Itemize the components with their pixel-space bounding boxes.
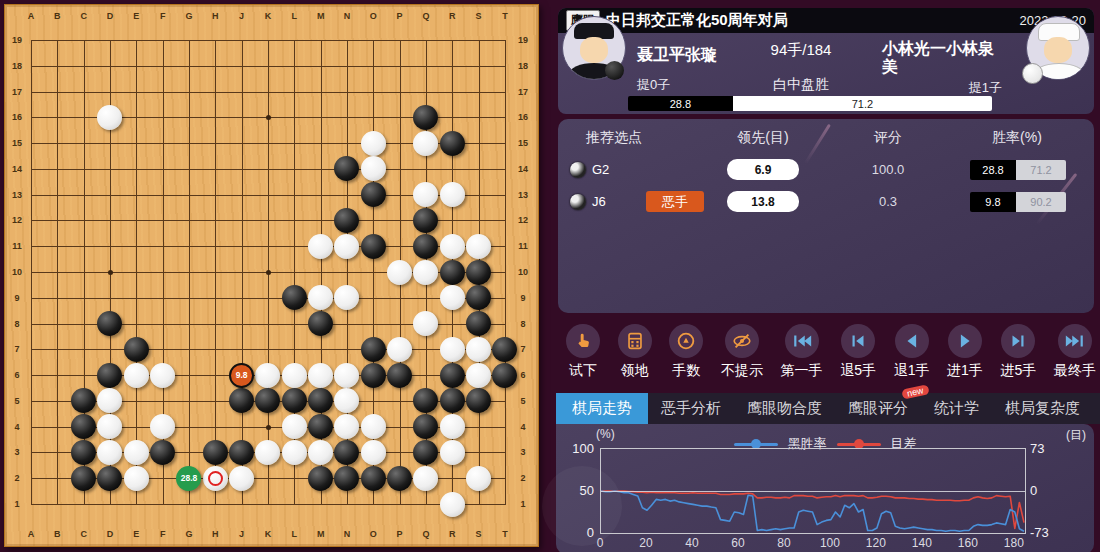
black-stone — [334, 466, 359, 491]
black-stone — [440, 260, 465, 285]
black-player-info: 聂卫平张璇 提0子 — [637, 46, 717, 94]
white-stone — [308, 234, 333, 259]
coord-label: K — [257, 528, 279, 540]
coord-label: S — [468, 528, 490, 540]
grid-line — [505, 40, 506, 505]
coord-label: Q — [415, 528, 437, 540]
coord-label: D — [99, 10, 121, 22]
coord-label: 14 — [512, 163, 534, 175]
black-stone — [71, 440, 96, 465]
white-stone — [361, 414, 386, 439]
game-header: 鹰眼 中日邦交正常化50周年对局 2022-03-20 — [558, 8, 1094, 33]
x-axis-tick: 0 — [585, 536, 615, 550]
black-stone — [124, 337, 149, 362]
coord-label: A — [20, 528, 42, 540]
white-stone — [334, 285, 359, 310]
black-stone — [97, 311, 122, 336]
white-stone — [413, 311, 438, 336]
star-point — [266, 425, 271, 430]
tab-bar: 棋局走势恶手分析鹰眼吻合度鹰眼评分new统计学棋局复杂度 — [556, 393, 1100, 424]
coord-label: B — [46, 10, 68, 22]
control-button-fwd1[interactable]: 进1手 — [947, 324, 983, 390]
rec-header-winrate: 胜率(%) — [967, 129, 1067, 147]
white-stone — [466, 234, 491, 259]
coord-label: H — [204, 528, 226, 540]
white-stone-chip-icon — [1022, 63, 1043, 84]
control-button-dial[interactable]: 手数 — [669, 324, 703, 390]
black-stone — [387, 363, 412, 388]
star-point — [266, 115, 271, 120]
black-stone — [203, 440, 228, 465]
rec-header-lead: 领先(目) — [713, 129, 813, 147]
white-stone — [361, 440, 386, 465]
black-player-name: 聂卫平张璇 — [637, 46, 717, 64]
y-axis-left-tick: 100 — [560, 441, 594, 456]
black-stone — [229, 440, 254, 465]
calc-icon — [618, 324, 652, 358]
coord-label: 7 — [6, 343, 28, 355]
white-stone — [440, 337, 465, 362]
coord-label: 8 — [512, 318, 534, 330]
coord-label: O — [362, 10, 384, 22]
black-stone — [466, 388, 491, 413]
control-label: 最终手 — [1054, 362, 1096, 380]
control-label: 进1手 — [947, 362, 983, 380]
tab-label: 鹰眼吻合度 — [747, 399, 822, 418]
white-stone — [203, 466, 228, 491]
coord-label: 4 — [512, 421, 534, 433]
control-button-last[interactable]: 最终手 — [1054, 324, 1096, 390]
y-axis-left-tick: 50 — [560, 483, 594, 498]
control-label: 退1手 — [894, 362, 930, 380]
move-counter: 94手/184 — [736, 41, 866, 60]
white-stone — [413, 260, 438, 285]
rec-header-point: 推荐选点 — [586, 129, 642, 147]
back5-icon — [841, 324, 875, 358]
coord-label: R — [441, 528, 463, 540]
black-stone — [308, 414, 333, 439]
score-value: 0.3 — [838, 194, 938, 209]
white-captures-label: 提1子 — [882, 79, 1002, 97]
white-stone — [97, 440, 122, 465]
coord-label: 18 — [6, 60, 28, 72]
black-stone — [71, 388, 96, 413]
coord-label: 5 — [512, 395, 534, 407]
coord-label: 10 — [512, 266, 534, 278]
coord-label: 15 — [512, 137, 534, 149]
suggestion-marker-J6[interactable]: 9.8 — [229, 363, 254, 388]
control-button-fwd5[interactable]: 进5手 — [1001, 324, 1037, 390]
tab-1[interactable]: 棋局走势 — [556, 393, 648, 424]
fwd5-icon — [1001, 324, 1035, 358]
star-point — [108, 270, 113, 275]
coord-label: B — [46, 528, 68, 540]
white-stone — [282, 363, 307, 388]
tab-label: 棋局走势 — [572, 399, 632, 418]
white-stone — [308, 440, 333, 465]
tab-label: 统计学 — [934, 399, 979, 418]
white-stone — [361, 131, 386, 156]
coord-label: A — [20, 10, 42, 22]
black-win-value: 28.8 — [670, 98, 691, 110]
coord-label: N — [336, 528, 358, 540]
stone-icon — [570, 162, 586, 178]
black-stone — [413, 208, 438, 233]
black-stone — [361, 466, 386, 491]
control-label: 不提示 — [721, 362, 763, 380]
black-stone — [308, 388, 333, 413]
black-stone — [229, 388, 254, 413]
coord-label: C — [73, 528, 95, 540]
coord-label: 12 — [6, 214, 28, 226]
grid-line — [31, 298, 506, 299]
control-label: 退5手 — [840, 362, 876, 380]
winrate-pills: 9.890.2 — [970, 192, 1066, 212]
coord-label: 9 — [6, 292, 28, 304]
control-button-calc[interactable]: 领地 — [618, 324, 652, 390]
coord-label: M — [310, 10, 332, 22]
x-axis-tick: 180 — [999, 536, 1029, 550]
y-axis-right-tick: 73 — [1030, 441, 1044, 456]
coord-label: G — [178, 10, 200, 22]
white-stone — [255, 363, 280, 388]
tab-6[interactable]: 棋局复杂度 — [992, 393, 1093, 424]
winrate-pills: 28.871.2 — [970, 160, 1066, 180]
control-label: 第一手 — [781, 362, 823, 380]
grid-line — [31, 504, 506, 505]
bad-move-badge: 恶手 — [646, 191, 704, 212]
black-stone — [413, 440, 438, 465]
coord-label: 17 — [512, 86, 534, 98]
grid-line — [31, 349, 506, 350]
black-stone — [308, 311, 333, 336]
black-stone — [334, 156, 359, 181]
x-axis-tick: 100 — [815, 536, 845, 550]
white-winrate-pill: 90.2 — [1016, 192, 1066, 212]
white-stone — [334, 414, 359, 439]
coord-label: 2 — [512, 472, 534, 484]
tab-5[interactable]: 统计学 — [921, 393, 992, 424]
black-stone — [334, 208, 359, 233]
black-stone — [308, 466, 333, 491]
white-stone — [413, 182, 438, 207]
star-point — [266, 270, 271, 275]
black-stone — [440, 388, 465, 413]
tab-label: 鹰眼评分 — [848, 399, 908, 418]
last-icon — [1058, 324, 1092, 358]
analysis-panel: 鹰眼 中日邦交正常化50周年对局 2022-03-20 聂卫平张璇 提0子 94… — [556, 0, 1100, 552]
stone-icon — [570, 194, 586, 210]
control-label: 进5手 — [1001, 362, 1037, 380]
x-axis-tick: 80 — [769, 536, 799, 550]
black-face-icon — [580, 37, 608, 63]
control-label: 试下 — [569, 362, 597, 380]
coord-label: T — [494, 528, 516, 540]
white-player-name: 小林光一小林泉美 — [882, 40, 1002, 77]
white-stone — [229, 466, 254, 491]
coord-label: N — [336, 10, 358, 22]
black-stone — [466, 260, 491, 285]
black-stone — [466, 285, 491, 310]
black-stone — [413, 105, 438, 130]
white-stone — [413, 131, 438, 156]
white-stone — [150, 414, 175, 439]
coord-label: J — [231, 10, 253, 22]
coord-label: 14 — [6, 163, 28, 175]
coord-label: 11 — [512, 240, 534, 252]
eyeoff-icon — [725, 324, 759, 358]
black-stone — [97, 466, 122, 491]
coord-label: 9 — [512, 292, 534, 304]
dial-icon — [669, 324, 703, 358]
lead-value-pill: 13.8 — [727, 191, 799, 212]
control-label: 领地 — [621, 362, 649, 380]
coord-label: 15 — [6, 137, 28, 149]
black-stone — [413, 414, 438, 439]
x-axis-tick: 40 — [677, 536, 707, 550]
white-stone — [440, 234, 465, 259]
black-stone — [361, 182, 386, 207]
control-button-back5[interactable]: 退5手 — [840, 324, 876, 390]
tab-label: 棋局复杂度 — [1005, 399, 1080, 418]
tab-label: 恶手分析 — [661, 399, 721, 418]
x-axis-tick: 160 — [953, 536, 983, 550]
white-stone — [440, 182, 465, 207]
white-stone — [466, 466, 491, 491]
coord-label: Q — [415, 10, 437, 22]
coord-label: P — [389, 528, 411, 540]
recommendation-panel: 推荐选点 领先(目) 评分 胜率(%) G26.9100.028.871.2J6… — [558, 119, 1094, 313]
white-stone — [440, 414, 465, 439]
x-axis-tick: 140 — [907, 536, 937, 550]
win-rate-bar: 28.8 71.2 — [628, 96, 992, 111]
black-stone — [334, 440, 359, 465]
black-stone — [150, 440, 175, 465]
y-axis-right-tick: -73 — [1030, 525, 1049, 540]
control-button-eyeoff[interactable]: 不提示 — [721, 324, 763, 390]
black-stone — [413, 234, 438, 259]
control-button-first[interactable]: 第一手 — [781, 324, 823, 390]
go-board[interactable]: AA1919BB1818CC1717DD1616EE1515FF1414GG13… — [4, 4, 539, 547]
black-stone — [361, 234, 386, 259]
white-face-icon — [1044, 37, 1072, 63]
rec-header-score: 评分 — [838, 129, 938, 147]
coord-label: 2 — [6, 472, 28, 484]
coord-label: 6 — [6, 369, 28, 381]
coord-label: D — [99, 528, 121, 540]
white-stone — [97, 388, 122, 413]
white-win-value: 71.2 — [852, 98, 873, 110]
coord-label: C — [73, 10, 95, 22]
coord-label: 13 — [512, 189, 534, 201]
coord-label: S — [468, 10, 490, 22]
coord-label: T — [494, 10, 516, 22]
white-stone — [413, 466, 438, 491]
black-winrate-legend-line — [734, 443, 778, 446]
white-stone — [387, 337, 412, 362]
black-stone — [413, 388, 438, 413]
y-axis-right-tick: 0 — [1030, 483, 1037, 498]
white-stone — [466, 337, 491, 362]
control-label: 手数 — [672, 362, 700, 380]
black-stone — [361, 337, 386, 362]
rec-row-J6[interactable]: J6恶手13.80.39.890.2 — [558, 187, 1094, 217]
white-stone — [124, 440, 149, 465]
white-stone — [150, 363, 175, 388]
white-stone — [440, 492, 465, 517]
coord-label: 17 — [6, 86, 28, 98]
black-captures-label: 提0子 — [637, 76, 717, 94]
coord-label: E — [125, 10, 147, 22]
coord-label: F — [152, 528, 174, 540]
rec-row-G2[interactable]: G26.9100.028.871.2 — [558, 155, 1094, 185]
score-value: 100.0 — [838, 162, 938, 177]
coord-label: 10 — [6, 266, 28, 278]
white-stone — [334, 234, 359, 259]
coord-label: O — [362, 528, 384, 540]
coord-label: 3 — [6, 446, 28, 458]
game-title: 中日邦交正常化50周年对局 — [606, 11, 1020, 30]
coord-label: R — [441, 10, 463, 22]
white-stone — [308, 363, 333, 388]
first-icon — [785, 324, 819, 358]
result-label: 白中盘胜 — [736, 76, 866, 94]
coord-label: P — [389, 10, 411, 22]
control-button-back1[interactable]: 退1手 — [894, 324, 930, 390]
rec-point-label: J6 — [592, 194, 606, 209]
coord-label: 16 — [6, 111, 28, 123]
black-stone — [440, 131, 465, 156]
game-info-card: 鹰眼 中日邦交正常化50周年对局 2022-03-20 聂卫平张璇 提0子 94… — [558, 8, 1094, 114]
white-stone — [466, 363, 491, 388]
coord-label: 8 — [6, 318, 28, 330]
white-stone — [334, 388, 359, 413]
white-stone — [440, 285, 465, 310]
white-stone — [334, 363, 359, 388]
black-stone — [71, 466, 96, 491]
black-stone — [282, 388, 307, 413]
go-analysis-app: AA1919BB1818CC1717DD1616EE1515FF1414GG13… — [0, 0, 1100, 552]
tab-4[interactable]: 鹰眼评分new — [835, 393, 921, 424]
coord-label: 11 — [6, 240, 28, 252]
coord-label: 13 — [6, 189, 28, 201]
coord-label: G — [178, 528, 200, 540]
suggestion-marker-G2[interactable]: 28.8 — [176, 466, 201, 491]
coord-label: E — [125, 528, 147, 540]
white-stone — [124, 466, 149, 491]
coord-label: L — [283, 10, 305, 22]
black-stone — [71, 414, 96, 439]
white-stone — [440, 440, 465, 465]
black-stone — [466, 311, 491, 336]
white-winrate-pill: 71.2 — [1016, 160, 1066, 180]
coord-label: L — [283, 528, 305, 540]
coord-label: 19 — [6, 34, 28, 46]
control-bar: 试下领地手数不提示第一手退5手退1手进1手进5手最终手 — [556, 324, 1100, 390]
game-status: 94手/184 白中盘胜 — [736, 41, 866, 94]
white-stone — [97, 105, 122, 130]
white-stone — [124, 363, 149, 388]
white-player-info: 小林光一小林泉美 提1子 — [882, 40, 1002, 97]
trend-plot-area[interactable] — [600, 448, 1026, 534]
black-stone — [492, 337, 517, 362]
coord-label: 19 — [512, 34, 534, 46]
coord-label: 16 — [512, 111, 534, 123]
point-diff-legend-line — [837, 443, 881, 446]
white-stone — [97, 414, 122, 439]
coord-label: 1 — [6, 498, 28, 510]
coord-label: 5 — [6, 395, 28, 407]
fwd1-icon — [948, 324, 982, 358]
last-move-marker — [208, 471, 223, 486]
white-win-segment: 71.2 — [733, 96, 992, 111]
coord-label: H — [204, 10, 226, 22]
tab-3[interactable]: 鹰眼吻合度 — [734, 393, 835, 424]
x-axis-tick: 20 — [631, 536, 661, 550]
white-stone — [387, 260, 412, 285]
control-button-hand[interactable]: 试下 — [566, 324, 600, 390]
x-axis-tick: 60 — [723, 536, 753, 550]
black-stone — [387, 466, 412, 491]
white-stone — [308, 285, 333, 310]
coord-label: K — [257, 10, 279, 22]
coord-label: 1 — [512, 498, 534, 510]
black-stone — [255, 388, 280, 413]
coord-label: 4 — [6, 421, 28, 433]
black-stone — [97, 363, 122, 388]
coord-label: 18 — [512, 60, 534, 72]
coord-label: J — [231, 528, 253, 540]
coord-label: 3 — [512, 446, 534, 458]
black-winrate-pill: 9.8 — [970, 192, 1016, 212]
black-win-segment: 28.8 — [628, 96, 733, 111]
hand-icon — [566, 324, 600, 358]
back1-icon — [895, 324, 929, 358]
rec-point-label: G2 — [592, 162, 609, 177]
white-stone — [282, 414, 307, 439]
trend-chart-panel: (%) (目) 黑胜率 目差 100500730-730204060801001… — [556, 424, 1094, 552]
x-axis-tick: 120 — [861, 536, 891, 550]
white-stone — [255, 440, 280, 465]
white-stone — [282, 440, 307, 465]
lead-value-pill: 6.9 — [727, 159, 799, 180]
black-stone-chip-icon — [605, 61, 624, 80]
white-stone — [361, 156, 386, 181]
zero-gridline — [601, 491, 1025, 492]
black-stone — [492, 363, 517, 388]
black-stone — [361, 363, 386, 388]
coord-label: F — [152, 10, 174, 22]
coord-label: 12 — [512, 214, 534, 226]
black-stone — [282, 285, 307, 310]
tab-2[interactable]: 恶手分析 — [648, 393, 734, 424]
coord-label: M — [310, 528, 332, 540]
black-stone — [440, 363, 465, 388]
black-winrate-pill: 28.8 — [970, 160, 1016, 180]
